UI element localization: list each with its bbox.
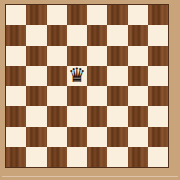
square-a7[interactable] <box>6 25 26 45</box>
square-c3[interactable] <box>47 106 67 126</box>
square-h3[interactable] <box>148 106 168 126</box>
square-a2[interactable] <box>6 127 26 147</box>
square-d4[interactable] <box>67 86 87 106</box>
square-d7[interactable] <box>67 25 87 45</box>
square-g7[interactable] <box>128 25 148 45</box>
square-b8[interactable] <box>26 5 46 25</box>
square-a3[interactable] <box>6 106 26 126</box>
square-d1[interactable] <box>67 147 87 167</box>
square-b1[interactable] <box>26 147 46 167</box>
square-f4[interactable] <box>107 86 127 106</box>
square-c1[interactable] <box>47 147 67 167</box>
square-d8[interactable] <box>67 5 87 25</box>
square-d3[interactable] <box>67 106 87 126</box>
square-d5[interactable]: ♛ <box>67 66 87 86</box>
square-e2[interactable] <box>87 127 107 147</box>
square-e1[interactable] <box>87 147 107 167</box>
square-g4[interactable] <box>128 86 148 106</box>
square-e4[interactable] <box>87 86 107 106</box>
square-h6[interactable] <box>148 46 168 66</box>
square-h4[interactable] <box>148 86 168 106</box>
square-c7[interactable] <box>47 25 67 45</box>
square-a5[interactable] <box>6 66 26 86</box>
square-f2[interactable] <box>107 127 127 147</box>
square-h5[interactable] <box>148 66 168 86</box>
square-e8[interactable] <box>87 5 107 25</box>
square-f1[interactable] <box>107 147 127 167</box>
square-c8[interactable] <box>47 5 67 25</box>
square-a1[interactable] <box>6 147 26 167</box>
square-c5[interactable] <box>47 66 67 86</box>
square-g3[interactable] <box>128 106 148 126</box>
square-h2[interactable] <box>148 127 168 147</box>
square-f6[interactable] <box>107 46 127 66</box>
square-f8[interactable] <box>107 5 127 25</box>
square-d6[interactable] <box>67 46 87 66</box>
black-queen[interactable]: ♛ <box>68 66 86 85</box>
square-g6[interactable] <box>128 46 148 66</box>
square-g5[interactable] <box>128 66 148 86</box>
square-f5[interactable] <box>107 66 127 86</box>
square-f7[interactable] <box>107 25 127 45</box>
square-a4[interactable] <box>6 86 26 106</box>
square-c4[interactable] <box>47 86 67 106</box>
square-e7[interactable] <box>87 25 107 45</box>
square-h8[interactable] <box>148 5 168 25</box>
square-a8[interactable] <box>6 5 26 25</box>
square-b2[interactable] <box>26 127 46 147</box>
square-e6[interactable] <box>87 46 107 66</box>
square-c6[interactable] <box>47 46 67 66</box>
square-g8[interactable] <box>128 5 148 25</box>
square-e5[interactable] <box>87 66 107 86</box>
square-f3[interactable] <box>107 106 127 126</box>
square-g1[interactable] <box>128 147 148 167</box>
square-b4[interactable] <box>26 86 46 106</box>
square-b7[interactable] <box>26 25 46 45</box>
square-h7[interactable] <box>148 25 168 45</box>
square-e3[interactable] <box>87 106 107 126</box>
square-d2[interactable] <box>67 127 87 147</box>
square-b3[interactable] <box>26 106 46 126</box>
square-b6[interactable] <box>26 46 46 66</box>
square-h1[interactable] <box>148 147 168 167</box>
square-a6[interactable] <box>6 46 26 66</box>
square-g2[interactable] <box>128 127 148 147</box>
chess-board-frame: ♛ <box>0 0 180 180</box>
square-c2[interactable] <box>47 127 67 147</box>
chess-board: ♛ <box>6 5 168 167</box>
square-b5[interactable] <box>26 66 46 86</box>
